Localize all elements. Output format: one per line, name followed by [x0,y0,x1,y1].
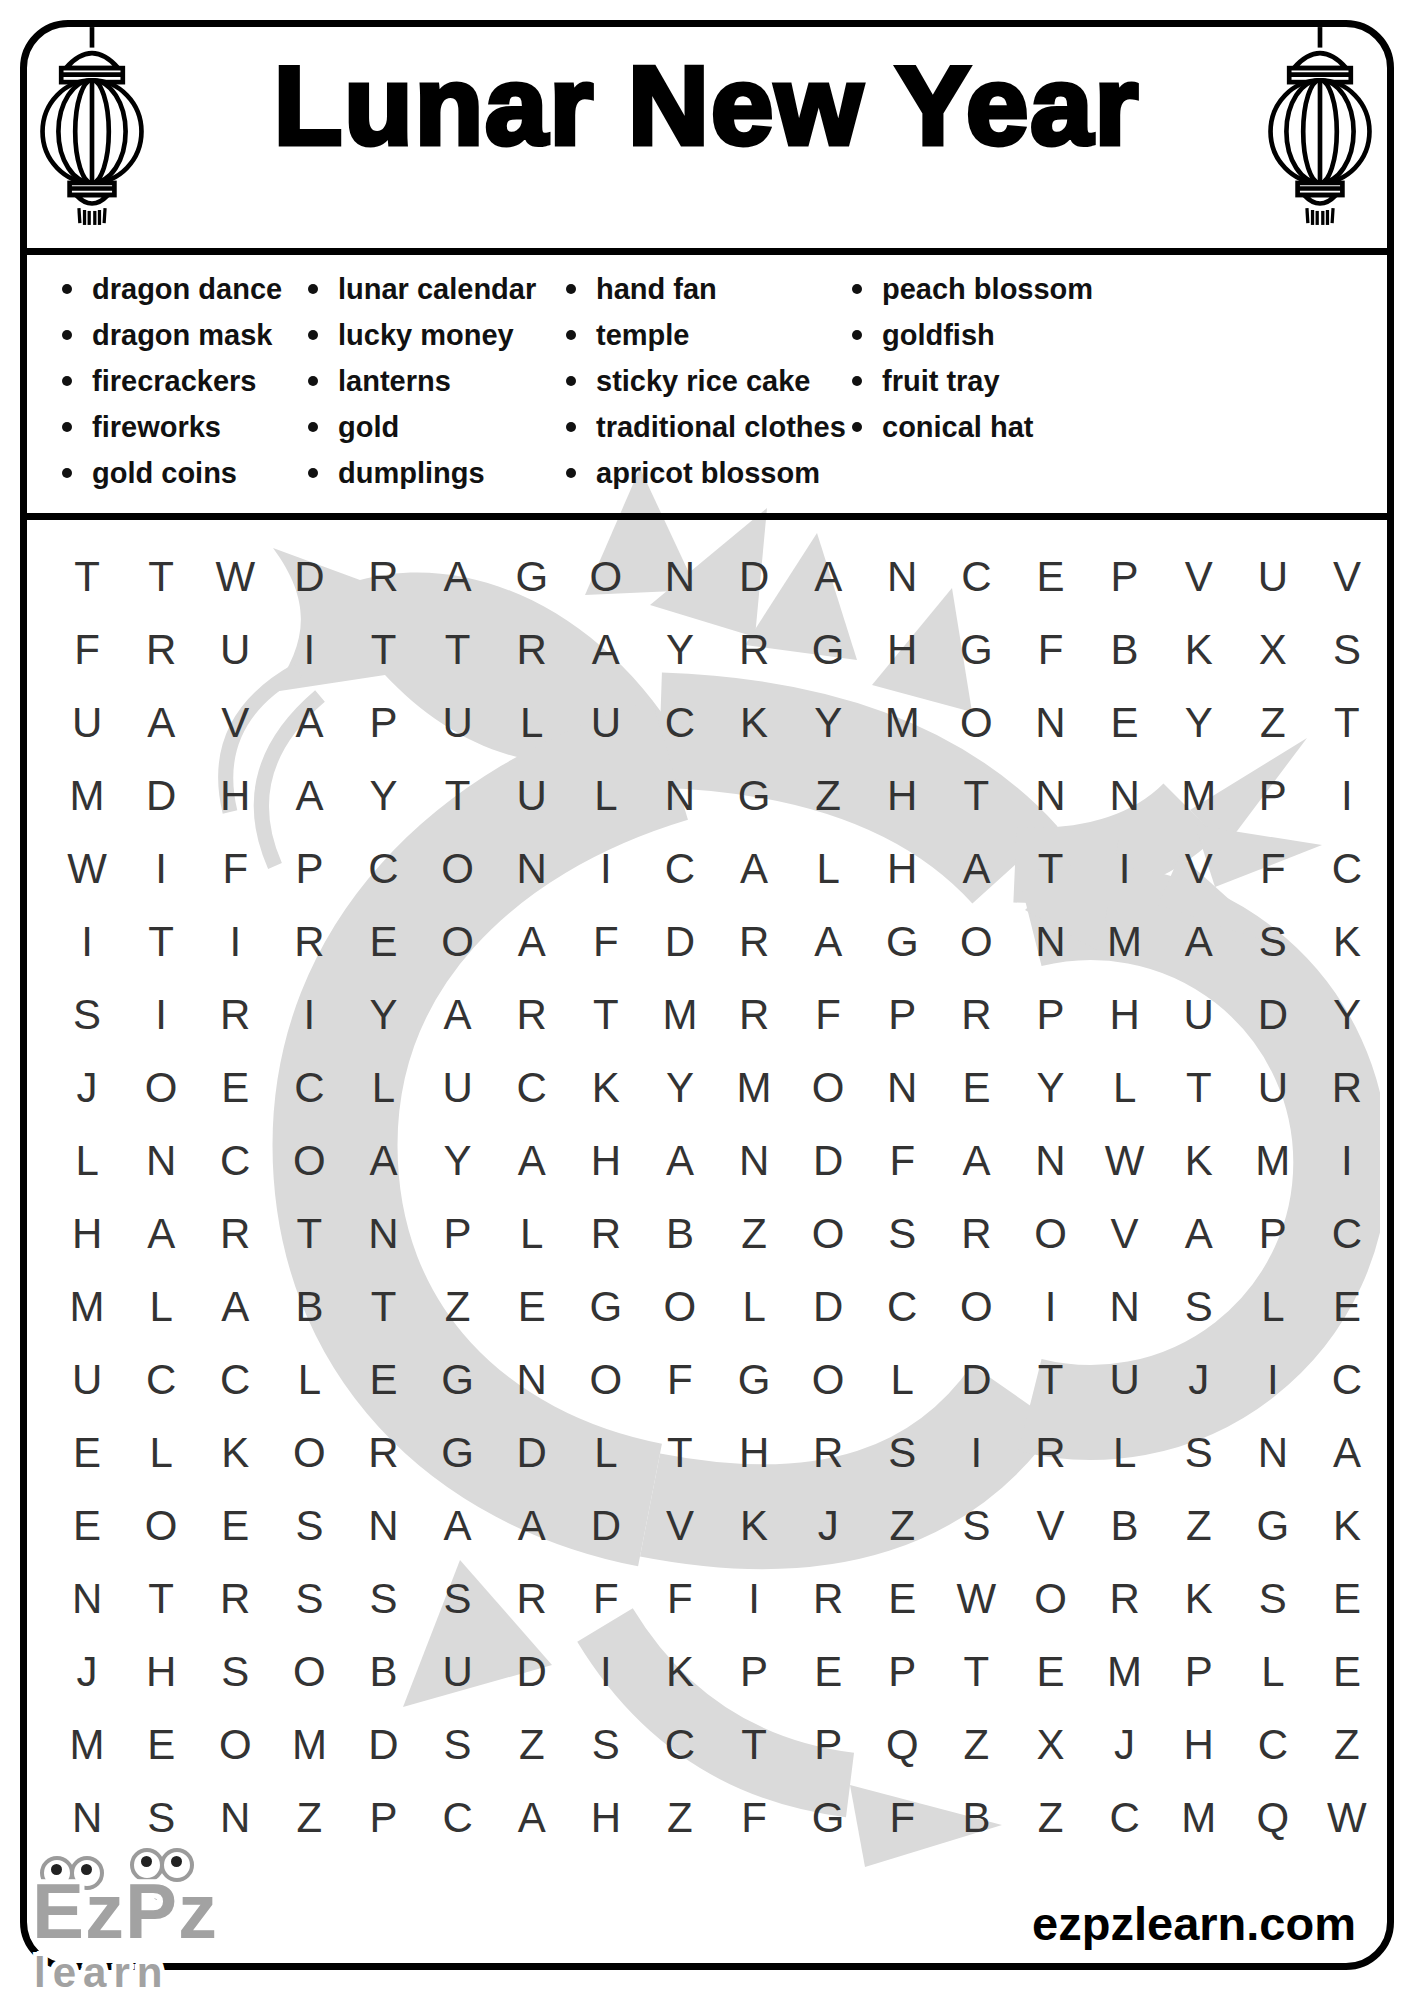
grid-cell-r9c10: N [717,1124,791,1197]
grid-cell-r1c4: D [272,540,346,613]
word-label: dumplings [338,457,485,490]
grid-cell-r8c17: U [1236,1051,1310,1124]
bullet-icon [62,330,72,340]
grid-cell-r3c13: O [939,686,1013,759]
word-label: lucky money [338,319,514,352]
word-list-item: gold coins [62,450,282,496]
grid-cell-r11c11: D [791,1270,865,1343]
grid-cell-r12c11: O [791,1343,865,1416]
grid-cell-r15c14: O [1013,1562,1087,1635]
word-label: sticky rice cake [596,365,810,398]
bullet-icon [308,468,318,478]
grid-cell-r18c7: A [495,1781,569,1854]
grid-cell-r10c5: N [346,1197,420,1270]
grid-cell-r17c3: O [198,1708,272,1781]
bullet-icon [566,422,576,432]
grid-cell-r5c15: I [1088,832,1162,905]
bullet-icon [62,376,72,386]
grid-cell-r1c3: W [198,540,272,613]
grid-cell-r14c13: S [939,1489,1013,1562]
grid-cell-r6c7: A [495,905,569,978]
bullet-icon [566,330,576,340]
grid-cell-r16c13: T [939,1635,1013,1708]
grid-cell-r12c7: N [495,1343,569,1416]
grid-cell-r9c4: O [272,1124,346,1197]
grid-cell-r16c3: S [198,1635,272,1708]
grid-cell-r10c11: O [791,1197,865,1270]
grid-cell-r11c15: N [1088,1270,1162,1343]
grid-cell-r17c1: M [50,1708,124,1781]
word-label: gold [338,411,399,444]
grid-cell-r3c11: Y [791,686,865,759]
grid-cell-r12c5: E [346,1343,420,1416]
grid-cell-r6c1: I [50,905,124,978]
grid-cell-r16c14: E [1013,1635,1087,1708]
grid-cell-r8c4: C [272,1051,346,1124]
grid-cell-r4c1: M [50,759,124,832]
grid-cell-r5c11: L [791,832,865,905]
grid-cell-r11c12: C [865,1270,939,1343]
grid-cell-r4c2: D [124,759,198,832]
word-list-item: sticky rice cake [566,358,846,404]
grid-cell-r10c18: C [1310,1197,1384,1270]
word-label: dragon dance [92,273,282,306]
grid-cell-r3c2: A [124,686,198,759]
bullet-icon [308,330,318,340]
grid-cell-r18c6: C [421,1781,495,1854]
grid-cell-r11c13: O [939,1270,1013,1343]
grid-cell-r14c2: O [124,1489,198,1562]
grid-cell-r3c12: M [865,686,939,759]
grid-cell-r16c10: P [717,1635,791,1708]
grid-cell-r8c12: N [865,1051,939,1124]
grid-cell-r13c14: R [1013,1416,1087,1489]
grid-cell-r11c3: A [198,1270,272,1343]
grid-cell-r16c8: I [569,1635,643,1708]
grid-cell-r6c12: G [865,905,939,978]
grid-cell-r1c11: A [791,540,865,613]
grid-cell-r11c17: L [1236,1270,1310,1343]
grid-cell-r14c12: Z [865,1489,939,1562]
word-list-item: fireworks [62,404,282,450]
grid-cell-r17c16: H [1162,1708,1236,1781]
grid-cell-r9c2: N [124,1124,198,1197]
grid-cell-r9c15: W [1088,1124,1162,1197]
grid-cell-r15c6: S [421,1562,495,1635]
grid-cell-r6c8: F [569,905,643,978]
grid-cell-r10c9: B [643,1197,717,1270]
grid-cell-r11c1: M [50,1270,124,1343]
grid-cell-r4c4: A [272,759,346,832]
grid-cell-r4c9: N [643,759,717,832]
grid-cell-r12c13: D [939,1343,1013,1416]
grid-cell-r13c9: T [643,1416,717,1489]
grid-cell-r7c3: R [198,978,272,1051]
grid-cell-r1c18: V [1310,540,1384,613]
grid-cell-r12c16: J [1162,1343,1236,1416]
grid-cell-r2c15: B [1088,613,1162,686]
grid-cell-r10c15: V [1088,1197,1162,1270]
grid-cell-r7c1: S [50,978,124,1051]
word-label: fireworks [92,411,221,444]
website-url: ezpzlearn.com [1032,1896,1356,1951]
grid-cell-r14c16: Z [1162,1489,1236,1562]
grid-cell-r14c8: D [569,1489,643,1562]
grid-cell-r15c13: W [939,1562,1013,1635]
grid-cell-r2c2: R [124,613,198,686]
grid-cell-r16c11: E [791,1635,865,1708]
grid-cell-r9c13: A [939,1124,1013,1197]
grid-cell-r16c6: U [421,1635,495,1708]
grid-cell-r15c18: E [1310,1562,1384,1635]
grid-cell-r1c7: G [495,540,569,613]
word-list-item: lunar calendar [308,266,536,312]
grid-cell-r5c2: I [124,832,198,905]
grid-cell-r14c9: V [643,1489,717,1562]
grid-cell-r2c12: H [865,613,939,686]
grid-cell-r5c12: H [865,832,939,905]
word-label: firecrackers [92,365,256,398]
grid-cell-r7c12: P [865,978,939,1051]
grid-cell-r4c15: N [1088,759,1162,832]
word-list-item: lanterns [308,358,536,404]
grid-cell-r14c4: S [272,1489,346,1562]
word-label: goldfish [882,319,995,352]
grid-cell-r5c3: F [198,832,272,905]
grid-cell-r13c16: S [1162,1416,1236,1489]
grid-cell-r16c12: P [865,1635,939,1708]
bullet-icon [852,376,862,386]
grid-cell-r9c8: H [569,1124,643,1197]
grid-cell-r8c16: T [1162,1051,1236,1124]
bullet-icon [566,376,576,386]
grid-cell-r4c18: I [1310,759,1384,832]
grid-cell-r3c17: Z [1236,686,1310,759]
grid-cell-r3c16: Y [1162,686,1236,759]
grid-cell-r9c6: Y [421,1124,495,1197]
word-label: traditional clothes [596,411,846,444]
grid-cell-r1c13: C [939,540,1013,613]
grid-cell-r17c8: S [569,1708,643,1781]
grid-cell-r18c8: H [569,1781,643,1854]
grid-cell-r2c17: X [1236,613,1310,686]
bullet-icon [308,376,318,386]
grid-cell-r13c18: A [1310,1416,1384,1489]
grid-cell-r6c13: O [939,905,1013,978]
grid-cell-r7c10: R [717,978,791,1051]
grid-cell-r11c2: L [124,1270,198,1343]
grid-cell-r6c18: K [1310,905,1384,978]
grid-cell-r1c8: O [569,540,643,613]
grid-cell-r10c16: A [1162,1197,1236,1270]
word-label: dragon mask [92,319,273,352]
grid-cell-r10c6: P [421,1197,495,1270]
bullet-icon [852,284,862,294]
grid-cell-r12c12: L [865,1343,939,1416]
grid-cell-r11c16: S [1162,1270,1236,1343]
word-label: fruit tray [882,365,1000,398]
word-list-column: dragon dancedragon maskfirecrackersfirew… [62,266,282,496]
grid-cell-r12c10: G [717,1343,791,1416]
word-list-column: hand fantemplesticky rice caketraditiona… [566,266,846,496]
grid-cell-r11c5: T [346,1270,420,1343]
grid-cell-r13c5: R [346,1416,420,1489]
grid-cell-r18c2: S [124,1781,198,1854]
grid-cell-r9c16: K [1162,1124,1236,1197]
grid-cell-r11c6: Z [421,1270,495,1343]
grid-cell-r18c9: Z [643,1781,717,1854]
grid-cell-r6c15: M [1088,905,1162,978]
grid-cell-r16c15: M [1088,1635,1162,1708]
grid-cell-r13c15: L [1088,1416,1162,1489]
grid-cell-r13c12: S [865,1416,939,1489]
grid-cell-r13c6: G [421,1416,495,1489]
grid-cell-r13c7: D [495,1416,569,1489]
grid-cell-r15c11: R [791,1562,865,1635]
grid-cell-r5c8: I [569,832,643,905]
grid-cell-r7c6: A [421,978,495,1051]
grid-cell-r17c11: P [791,1708,865,1781]
grid-cell-r7c9: M [643,978,717,1051]
grid-cell-r12c4: L [272,1343,346,1416]
grid-cell-r10c7: L [495,1197,569,1270]
grid-cell-r2c4: I [272,613,346,686]
grid-cell-r11c18: E [1310,1270,1384,1343]
grid-cell-r15c4: S [272,1562,346,1635]
grid-cell-r18c18: W [1310,1781,1384,1854]
grid-cell-r15c3: R [198,1562,272,1635]
grid-cell-r18c11: G [791,1781,865,1854]
grid-cell-r5c13: A [939,832,1013,905]
grid-cell-r1c17: U [1236,540,1310,613]
grid-cell-r16c1: J [50,1635,124,1708]
grid-cell-r1c6: A [421,540,495,613]
grid-cell-r11c9: O [643,1270,717,1343]
bullet-icon [62,284,72,294]
grid-cell-r11c14: I [1013,1270,1087,1343]
grid-cell-r2c6: T [421,613,495,686]
bullet-icon [852,330,862,340]
word-list-column: peach blossomgoldfishfruit trayconical h… [852,266,1093,450]
grid-cell-r3c10: K [717,686,791,759]
word-list: dragon dancedragon maskfirecrackersfirew… [0,266,1414,511]
grid-cell-r17c12: Q [865,1708,939,1781]
grid-cell-r5c5: C [346,832,420,905]
grid-cell-r1c5: R [346,540,420,613]
grid-cell-r9c3: C [198,1124,272,1197]
grid-cell-r3c1: U [50,686,124,759]
grid-cell-r6c6: O [421,905,495,978]
word-label: apricot blossom [596,457,820,490]
grid-cell-r10c2: A [124,1197,198,1270]
grid-cell-r12c9: F [643,1343,717,1416]
bullet-icon [566,468,576,478]
word-label: peach blossom [882,273,1093,306]
grid-cell-r10c14: O [1013,1197,1087,1270]
grid-cell-r5c4: P [272,832,346,905]
bullet-icon [308,422,318,432]
grid-cell-r1c14: E [1013,540,1087,613]
grid-cell-r4c11: Z [791,759,865,832]
grid-cell-r6c16: A [1162,905,1236,978]
grid-cell-r8c10: M [717,1051,791,1124]
logo-subtext: learn [34,1952,169,1994]
grid-cell-r10c3: R [198,1197,272,1270]
grid-cell-r10c8: R [569,1197,643,1270]
grid-cell-r18c1: N [50,1781,124,1854]
word-label: hand fan [596,273,717,306]
grid-cell-r2c18: S [1310,613,1384,686]
word-label: conical hat [882,411,1034,444]
grid-cell-r7c14: P [1013,978,1087,1051]
grid-cell-r10c1: H [50,1197,124,1270]
grid-cell-r15c7: R [495,1562,569,1635]
grid-cell-r2c1: F [50,613,124,686]
word-list-item: hand fan [566,266,846,312]
grid-cell-r5c16: V [1162,832,1236,905]
grid-cell-r16c16: P [1162,1635,1236,1708]
grid-cell-r4c13: T [939,759,1013,832]
grid-cell-r7c4: I [272,978,346,1051]
grid-cell-r6c14: N [1013,905,1087,978]
grid-cell-r2c13: G [939,613,1013,686]
grid-cell-r2c11: G [791,613,865,686]
grid-cell-r3c15: E [1088,686,1162,759]
grid-cell-r7c15: H [1088,978,1162,1051]
grid-cell-r13c8: L [569,1416,643,1489]
grid-cell-r15c17: S [1236,1562,1310,1635]
grid-cell-r1c1: T [50,540,124,613]
grid-cell-r9c17: M [1236,1124,1310,1197]
grid-cell-r10c10: Z [717,1197,791,1270]
grid-cell-r5c14: T [1013,832,1087,905]
grid-cell-r12c18: C [1310,1343,1384,1416]
chinese-lantern-icon [1264,27,1376,225]
grid-cell-r14c5: N [346,1489,420,1562]
grid-cell-r14c18: K [1310,1489,1384,1562]
grid-cell-r17c4: M [272,1708,346,1781]
grid-cell-r5c6: O [421,832,495,905]
grid-cell-r15c16: K [1162,1562,1236,1635]
grid-cell-r8c2: O [124,1051,198,1124]
word-list-item: dragon dance [62,266,282,312]
word-list-column: lunar calendarlucky moneylanternsgolddum… [308,266,536,496]
grid-cell-r17c10: T [717,1708,791,1781]
bullet-icon [852,422,862,432]
grid-cell-r5c9: C [643,832,717,905]
grid-cell-r6c2: T [124,905,198,978]
grid-cell-r17c5: D [346,1708,420,1781]
grid-cell-r4c5: Y [346,759,420,832]
grid-cell-r17c6: S [421,1708,495,1781]
grid-cell-r9c14: N [1013,1124,1087,1197]
grid-cell-r11c10: L [717,1270,791,1343]
grid-cell-r4c12: H [865,759,939,832]
grid-cell-r15c2: T [124,1562,198,1635]
grid-cell-r12c15: U [1088,1343,1162,1416]
grid-cell-r12c2: C [124,1343,198,1416]
grid-cell-r1c9: N [643,540,717,613]
grid-cell-r13c3: K [198,1416,272,1489]
grid-cell-r10c4: T [272,1197,346,1270]
grid-cell-r5c7: N [495,832,569,905]
grid-cell-r16c2: H [124,1635,198,1708]
grid-cell-r12c14: T [1013,1343,1087,1416]
grid-cell-r4c10: G [717,759,791,832]
grid-cell-r17c13: Z [939,1708,1013,1781]
grid-cell-r3c18: T [1310,686,1384,759]
page-title: Lunar New Year [150,44,1264,167]
grid-cell-r3c9: C [643,686,717,759]
grid-cell-r1c12: N [865,540,939,613]
word-list-item: fruit tray [852,358,1093,404]
grid-cell-r12c8: O [569,1343,643,1416]
grid-cell-r11c8: G [569,1270,643,1343]
grid-cell-r2c3: U [198,613,272,686]
grid-cell-r8c7: C [495,1051,569,1124]
grid-cell-r4c17: P [1236,759,1310,832]
grid-cell-r15c10: I [717,1562,791,1635]
grid-cell-r2c5: T [346,613,420,686]
grid-cell-r8c15: L [1088,1051,1162,1124]
bullet-icon [566,284,576,294]
grid-cell-r11c7: E [495,1270,569,1343]
grid-cell-r2c9: Y [643,613,717,686]
grid-cell-r9c18: I [1310,1124,1384,1197]
grid-cell-r13c17: N [1236,1416,1310,1489]
grid-cell-r17c17: C [1236,1708,1310,1781]
grid-cell-r1c16: V [1162,540,1236,613]
grid-cell-r6c11: A [791,905,865,978]
word-list-item: gold [308,404,536,450]
grid-cell-r16c18: E [1310,1635,1384,1708]
grid-cell-r3c14: N [1013,686,1087,759]
word-list-item: temple [566,312,846,358]
grid-cell-r12c3: C [198,1343,272,1416]
grid-cell-r7c7: R [495,978,569,1051]
word-list-item: traditional clothes [566,404,846,450]
grid-cell-r15c9: F [643,1562,717,1635]
grid-cell-r14c10: K [717,1489,791,1562]
grid-cell-r7c13: R [939,978,1013,1051]
grid-cell-r14c15: B [1088,1489,1162,1562]
grid-cell-r14c6: A [421,1489,495,1562]
grid-cell-r16c4: O [272,1635,346,1708]
grid-cell-r10c13: R [939,1197,1013,1270]
grid-cell-r5c17: F [1236,832,1310,905]
grid-cell-r12c6: G [421,1343,495,1416]
bullet-icon [62,422,72,432]
grid-cell-r14c17: G [1236,1489,1310,1562]
word-search-grid: TTWDRAGONDANCEPVUVFRUITTRAYRGHGFBKXSUAVA… [50,540,1384,1854]
grid-cell-r17c15: J [1088,1708,1162,1781]
grid-cell-r3c6: U [421,686,495,759]
grid-cell-r8c14: Y [1013,1051,1087,1124]
grid-cell-r3c4: A [272,686,346,759]
bullet-icon [62,468,72,478]
grid-cell-r7c16: U [1162,978,1236,1051]
grid-cell-r15c12: E [865,1562,939,1635]
grid-cell-r6c17: S [1236,905,1310,978]
grid-cell-r14c3: E [198,1489,272,1562]
grid-cell-r9c7: A [495,1124,569,1197]
grid-cell-r16c9: K [643,1635,717,1708]
grid-cell-r9c1: L [50,1124,124,1197]
grid-cell-r18c3: N [198,1781,272,1854]
grid-cell-r9c11: D [791,1124,865,1197]
grid-cell-r7c18: Y [1310,978,1384,1051]
grid-cell-r8c3: E [198,1051,272,1124]
